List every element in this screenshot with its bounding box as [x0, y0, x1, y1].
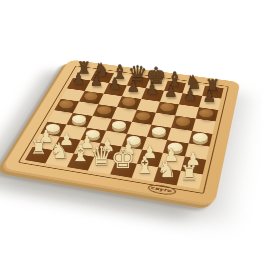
checker-disc-dark-d6	[122, 98, 136, 106]
black-pawn-piece: ♟	[145, 82, 159, 97]
checker-disc-light-d4	[111, 121, 125, 130]
black-pawn-piece: ♟	[108, 77, 121, 92]
white-rook-piece: ♜	[180, 163, 198, 183]
white-bishop-piece: ♝	[70, 142, 90, 165]
checker-disc-dark-f6	[160, 103, 174, 111]
brand-stamp-label: cayro	[150, 185, 172, 193]
black-pawn-piece: ♟	[164, 85, 178, 100]
checker-disc-light-f4	[152, 127, 166, 136]
product-photo: cayro ♜♞♝♛♚♝♞♜♟♟♟♟♟♟♟♟♟♟♟♟♟♟♟♟♜♞♝♛♚♝♞♜	[0, 0, 262, 262]
checker-disc-dark-g5	[176, 118, 190, 127]
black-pawn-piece: ♟	[203, 90, 217, 105]
white-king-piece: ♚	[111, 145, 136, 172]
white-rook-piece: ♜	[30, 139, 47, 158]
black-pawn-piece: ♟	[72, 72, 85, 87]
black-pawn-piece: ♟	[183, 88, 197, 103]
checker-disc-light-h4	[193, 133, 208, 142]
white-bishop-piece: ♝	[134, 153, 155, 176]
checker-disc-dark-c5	[98, 106, 112, 114]
checker-disc-light-b4	[72, 115, 86, 124]
black-pawn-piece: ♟	[127, 80, 140, 95]
white-queen-piece: ♛	[90, 143, 113, 169]
checker-disc-dark-a5	[60, 100, 74, 108]
white-knight-piece: ♞	[50, 140, 69, 162]
white-knight-piece: ♞	[157, 157, 177, 179]
black-pawn-piece: ♟	[90, 75, 103, 90]
